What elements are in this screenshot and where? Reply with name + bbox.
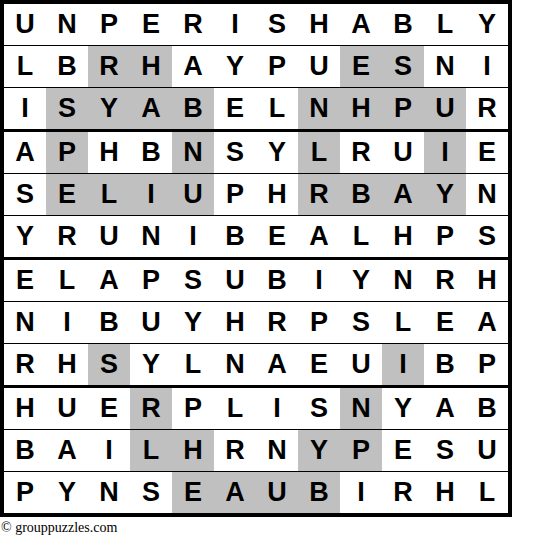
grid-cell-r9c2: H bbox=[46, 344, 89, 388]
grid-cell-r2c12: I bbox=[466, 46, 508, 88]
grid-cell-r1c10: B bbox=[382, 4, 425, 46]
grid-cell-r4c5: N bbox=[172, 132, 215, 174]
grid-cell-r1c3: P bbox=[88, 4, 131, 46]
grid-cell-r6c9: L bbox=[340, 216, 383, 260]
grid-cell-r6c3: U bbox=[88, 216, 131, 260]
grid-cell-r6c8: A bbox=[298, 216, 343, 260]
grid-cell-r2c10: S bbox=[382, 46, 425, 88]
grid-cell-r6c2: R bbox=[46, 216, 89, 260]
grid-cell-r4c12: E bbox=[466, 132, 508, 174]
grid-cell-r4c7: Y bbox=[256, 132, 299, 174]
grid-cell-r2c2: B bbox=[46, 46, 89, 88]
grid-cell-r12c1: P bbox=[4, 472, 47, 513]
grid-cell-r7c8: I bbox=[298, 260, 343, 302]
grid-cell-r6c5: I bbox=[172, 216, 215, 260]
grid-cell-r3c7: L bbox=[256, 88, 299, 132]
grid-cell-r6c4: N bbox=[130, 216, 175, 260]
grid-cell-r7c3: A bbox=[88, 260, 131, 302]
grid-cell-r5c9: B bbox=[340, 174, 383, 216]
grid-cell-r9c10: I bbox=[382, 344, 425, 388]
grid-cell-r8c9: S bbox=[340, 302, 383, 344]
grid-cell-r6c6: B bbox=[214, 216, 257, 260]
copyright-text: © grouppuzzles.com bbox=[0, 517, 534, 536]
grid-cell-r8c6: H bbox=[214, 302, 257, 344]
grid-cell-r8c12: A bbox=[466, 302, 508, 344]
grid-cell-r2c3: R bbox=[88, 46, 131, 88]
grid-cell-r1c8: H bbox=[298, 4, 343, 46]
grid-cell-r1c7: S bbox=[256, 4, 299, 46]
grid-cell-r5c12: N bbox=[466, 174, 508, 216]
grid-cell-r5c2: E bbox=[46, 174, 89, 216]
grid-cell-r2c9: E bbox=[340, 46, 383, 88]
grid-cell-r2c7: P bbox=[256, 46, 299, 88]
grid-cell-r10c6: L bbox=[214, 388, 257, 430]
grid-cell-r10c10: Y bbox=[382, 388, 425, 430]
grid-cell-r12c11: H bbox=[424, 472, 467, 513]
grid-cell-r7c6: U bbox=[214, 260, 257, 302]
grid-cell-r8c8: P bbox=[298, 302, 343, 344]
grid-cell-r9c12: P bbox=[466, 344, 508, 388]
grid-cell-r10c7: I bbox=[256, 388, 299, 430]
grid-cell-r10c5: P bbox=[172, 388, 215, 430]
grid-cell-r5c8: R bbox=[298, 174, 343, 216]
grid-cell-r7c5: S bbox=[172, 260, 215, 302]
grid-cell-r9c6: N bbox=[214, 344, 257, 388]
grid-cell-r2c4: H bbox=[130, 46, 175, 88]
grid-cell-r12c6: A bbox=[214, 472, 257, 513]
grid-cell-r9c1: R bbox=[4, 344, 47, 388]
grid-cell-r5c4: I bbox=[130, 174, 175, 216]
grid-cell-r2c6: Y bbox=[214, 46, 257, 88]
grid-cell-r3c9: H bbox=[340, 88, 383, 132]
grid-cell-r7c1: E bbox=[4, 260, 47, 302]
grid-cell-r10c1: H bbox=[4, 388, 47, 430]
grid-cell-r10c11: A bbox=[424, 388, 467, 430]
grid-cell-r11c6: R bbox=[214, 430, 257, 472]
grid-cell-r1c12: Y bbox=[466, 4, 508, 46]
grid-cell-r4c2: P bbox=[46, 132, 89, 174]
grid-cell-r11c10: E bbox=[382, 430, 425, 472]
grid-cell-r2c1: L bbox=[4, 46, 47, 88]
grid-cell-r8c7: R bbox=[256, 302, 299, 344]
grid-cell-r2c5: A bbox=[172, 46, 215, 88]
grid-cell-r1c5: R bbox=[172, 4, 215, 46]
grid-cell-r7c12: H bbox=[466, 260, 508, 302]
grid-cell-r1c1: U bbox=[4, 4, 47, 46]
grid-cell-r12c5: E bbox=[172, 472, 215, 513]
grid-cell-r9c11: B bbox=[424, 344, 467, 388]
grid-cell-r3c5: B bbox=[172, 88, 215, 132]
grid-cell-r4c10: U bbox=[382, 132, 425, 174]
grid-cell-r10c3: E bbox=[88, 388, 131, 430]
grid-cell-r9c8: E bbox=[298, 344, 343, 388]
grid-cell-r9c9: U bbox=[340, 344, 383, 388]
grid-cell-r3c2: S bbox=[46, 88, 89, 132]
grid-cell-r7c2: L bbox=[46, 260, 89, 302]
grid-cell-r2c8: U bbox=[298, 46, 343, 88]
grid-cell-r11c2: A bbox=[46, 430, 89, 472]
grid-cell-r11c5: H bbox=[172, 430, 215, 472]
grid-cell-r5c5: U bbox=[172, 174, 215, 216]
grid-cell-r5c7: H bbox=[256, 174, 299, 216]
grid-cell-r7c9: Y bbox=[340, 260, 383, 302]
grid-cell-r7c10: N bbox=[382, 260, 425, 302]
grid-cell-r7c7: B bbox=[256, 260, 299, 302]
grid-cell-r3c11: U bbox=[424, 88, 467, 132]
grid-cell-r9c4: Y bbox=[130, 344, 175, 388]
grid-cell-r3c4: A bbox=[130, 88, 175, 132]
grid-cell-r4c11: I bbox=[424, 132, 467, 174]
grid-cell-r12c7: U bbox=[256, 472, 299, 513]
grid-cell-r12c10: R bbox=[382, 472, 425, 513]
grid-cell-r6c12: S bbox=[466, 216, 508, 260]
grid-cell-r5c1: S bbox=[4, 174, 47, 216]
grid-cell-r4c8: L bbox=[298, 132, 343, 174]
grid-cell-r4c9: R bbox=[340, 132, 383, 174]
grid-cell-r11c4: L bbox=[130, 430, 175, 472]
grid-cell-r3c3: Y bbox=[88, 88, 131, 132]
grid-cell-r7c4: P bbox=[130, 260, 175, 302]
grid-cell-r11c11: S bbox=[424, 430, 467, 472]
grid-cell-r6c1: Y bbox=[4, 216, 47, 260]
grid-cell-r4c4: B bbox=[130, 132, 175, 174]
grid-cell-r12c2: Y bbox=[46, 472, 89, 513]
grid-cell-r3c6: E bbox=[214, 88, 257, 132]
grid-cell-r12c8: B bbox=[298, 472, 343, 513]
grid-cell-r10c9: N bbox=[340, 388, 383, 430]
grid-cell-r3c1: I bbox=[4, 88, 47, 132]
grid-cell-r1c11: L bbox=[424, 4, 467, 46]
grid-cell-r1c6: I bbox=[214, 4, 257, 46]
grid-cell-r8c4: U bbox=[130, 302, 175, 344]
grid-cell-r4c1: A bbox=[4, 132, 47, 174]
grid-cell-r12c9: I bbox=[340, 472, 383, 513]
grid-cell-r3c10: P bbox=[382, 88, 425, 132]
grid-cell-r8c3: B bbox=[88, 302, 131, 344]
grid-cell-r11c1: B bbox=[4, 430, 47, 472]
grid-cell-r6c11: P bbox=[424, 216, 467, 260]
grid-cell-r4c3: H bbox=[88, 132, 131, 174]
grid-cell-r1c2: N bbox=[46, 4, 89, 46]
grid-cell-r12c4: S bbox=[130, 472, 175, 513]
grid-cell-r9c7: A bbox=[256, 344, 299, 388]
grid-cell-r11c12: U bbox=[466, 430, 508, 472]
grid-cell-r6c10: H bbox=[382, 216, 425, 260]
grid-cell-r1c9: A bbox=[340, 4, 383, 46]
grid-cell-r8c10: L bbox=[382, 302, 425, 344]
grid-cell-r12c3: N bbox=[88, 472, 131, 513]
grid-cell-r2c11: N bbox=[424, 46, 467, 88]
grid-cell-r10c12: B bbox=[466, 388, 508, 430]
grid-cell-r5c11: Y bbox=[424, 174, 467, 216]
grid-cell-r10c8: S bbox=[298, 388, 343, 430]
grid-cell-r5c6: P bbox=[214, 174, 257, 216]
grid-cell-r8c11: E bbox=[424, 302, 467, 344]
grid-cell-r8c5: Y bbox=[172, 302, 215, 344]
grid-cell-r3c8: N bbox=[298, 88, 343, 132]
grid-cell-r9c5: L bbox=[172, 344, 215, 388]
puzzle-page: UNPERISHABLYLBRHAYPUESNIISYABELNHPURAPHB… bbox=[0, 0, 534, 556]
grid-cell-r10c4: R bbox=[130, 388, 175, 430]
grid-cell-r3c12: R bbox=[466, 88, 508, 132]
grid-cell-r11c3: I bbox=[88, 430, 131, 472]
grid-cell-r11c9: P bbox=[340, 430, 383, 472]
grid-cell-r8c1: N bbox=[4, 302, 47, 344]
grid-cell-r7c11: R bbox=[424, 260, 467, 302]
grid-cell-r9c3: S bbox=[88, 344, 131, 388]
sudoku-board: UNPERISHABLYLBRHAYPUESNIISYABELNHPURAPHB… bbox=[0, 0, 512, 517]
grid-cell-r10c2: U bbox=[46, 388, 89, 430]
grid-cell-r5c10: A bbox=[382, 174, 425, 216]
grid-cell-r11c7: N bbox=[256, 430, 299, 472]
grid-cell-r8c2: I bbox=[46, 302, 89, 344]
grid-cell-r6c7: E bbox=[256, 216, 299, 260]
grid-cell-r11c8: Y bbox=[298, 430, 343, 472]
grid-cell-r4c6: S bbox=[214, 132, 257, 174]
grid-cell-r5c3: L bbox=[88, 174, 131, 216]
grid-cell-r12c12: L bbox=[466, 472, 508, 513]
grid-cell-r1c4: E bbox=[130, 4, 175, 46]
